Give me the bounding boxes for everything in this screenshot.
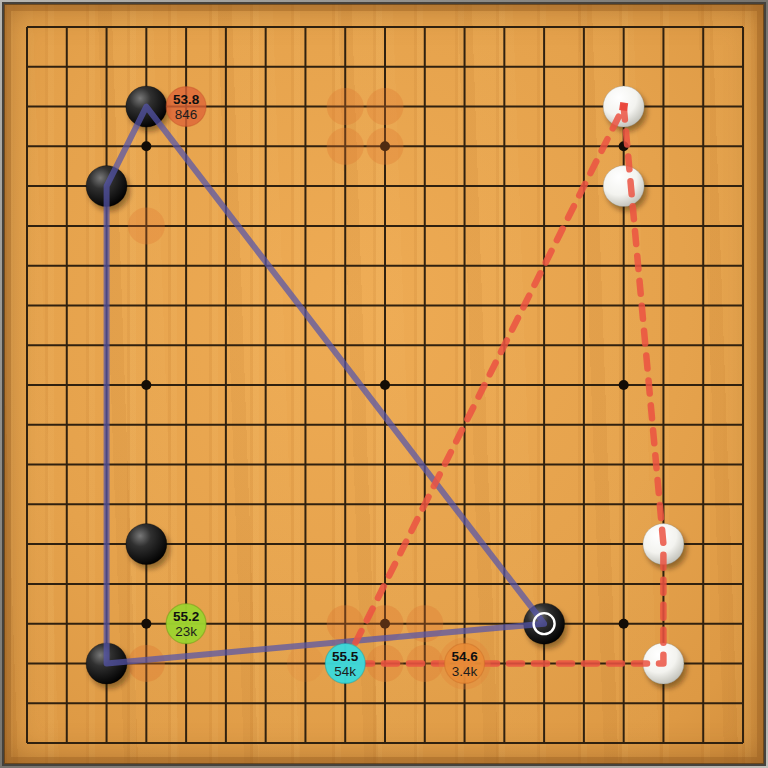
move-label-winrate: 55.5	[332, 649, 359, 664]
heat-circle	[327, 128, 364, 165]
star-point	[619, 619, 629, 629]
go-board[interactable]: 53.884655.223k55.554k54.63.4k	[0, 0, 768, 768]
heat-circle	[367, 128, 404, 165]
star-point	[141, 619, 151, 629]
star-point	[619, 380, 629, 390]
move-label-visits: 54k	[334, 664, 356, 679]
heat-circle	[367, 88, 404, 125]
black-stone-D6	[126, 524, 167, 565]
star-point	[141, 141, 151, 151]
move-label-winrate: 55.2	[173, 609, 199, 624]
policy-vertex-mark	[619, 102, 628, 111]
move-label-winrate: 53.8	[173, 92, 200, 107]
move-label-visits: 846	[175, 107, 198, 122]
move-label-visits: 3.4k	[452, 664, 478, 679]
move-label-winrate: 54.6	[451, 649, 478, 664]
heat-circle	[327, 88, 364, 125]
star-point	[141, 380, 151, 390]
screenshot: 53.884655.223k55.554k54.63.4k	[0, 0, 768, 768]
white-stone-Q15	[603, 166, 644, 207]
heat-circle	[128, 207, 165, 244]
move-label-visits: 23k	[175, 624, 197, 639]
heat-circle	[287, 645, 324, 682]
star-point	[380, 380, 390, 390]
